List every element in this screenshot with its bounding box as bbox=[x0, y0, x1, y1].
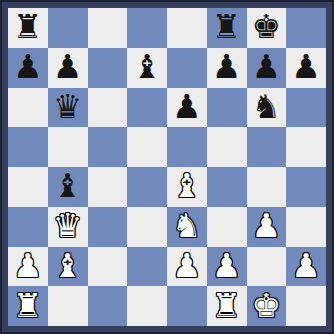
square-g4[interactable] bbox=[247, 167, 287, 207]
square-f4[interactable] bbox=[207, 167, 247, 207]
square-b5[interactable] bbox=[48, 127, 88, 167]
square-f7[interactable]: ♟ bbox=[207, 48, 247, 88]
square-e7[interactable] bbox=[167, 48, 207, 88]
piece-black-pawn[interactable]: ♟ bbox=[13, 50, 43, 83]
square-f3[interactable] bbox=[207, 207, 247, 247]
piece-white-pawn[interactable]: ♟ bbox=[291, 249, 321, 282]
square-b3[interactable]: ♛ bbox=[48, 207, 88, 247]
square-b2[interactable]: ♝ bbox=[48, 247, 88, 287]
square-e2[interactable]: ♟ bbox=[167, 247, 207, 287]
square-h7[interactable]: ♟ bbox=[286, 48, 326, 88]
square-e3[interactable]: ♞ bbox=[167, 207, 207, 247]
piece-black-bishop[interactable]: ♝ bbox=[132, 50, 162, 83]
square-d8[interactable] bbox=[127, 8, 167, 48]
square-b6[interactable]: ♛ bbox=[48, 88, 88, 128]
square-d2[interactable] bbox=[127, 247, 167, 287]
square-c3[interactable] bbox=[88, 207, 128, 247]
square-h5[interactable] bbox=[286, 127, 326, 167]
square-a2[interactable]: ♟ bbox=[8, 247, 48, 287]
piece-black-knight[interactable]: ♞ bbox=[252, 90, 282, 123]
square-g5[interactable] bbox=[247, 127, 287, 167]
square-g6[interactable]: ♞ bbox=[247, 88, 287, 128]
piece-black-pawn[interactable]: ♟ bbox=[172, 90, 202, 123]
square-a7[interactable]: ♟ bbox=[8, 48, 48, 88]
square-f6[interactable] bbox=[207, 88, 247, 128]
square-a6[interactable] bbox=[8, 88, 48, 128]
square-c1[interactable] bbox=[88, 286, 128, 326]
square-b8[interactable] bbox=[48, 8, 88, 48]
piece-black-rook[interactable]: ♜ bbox=[212, 10, 242, 43]
square-g2[interactable] bbox=[247, 247, 287, 287]
square-h2[interactable]: ♟ bbox=[286, 247, 326, 287]
piece-white-bishop[interactable]: ♝ bbox=[53, 249, 83, 282]
square-d3[interactable] bbox=[127, 207, 167, 247]
square-e8[interactable] bbox=[167, 8, 207, 48]
square-b1[interactable] bbox=[48, 286, 88, 326]
piece-white-pawn[interactable]: ♟ bbox=[172, 249, 202, 282]
piece-black-king[interactable]: ♚ bbox=[252, 10, 282, 43]
square-d4[interactable] bbox=[127, 167, 167, 207]
square-d5[interactable] bbox=[127, 127, 167, 167]
square-c8[interactable] bbox=[88, 8, 128, 48]
piece-white-knight[interactable]: ♞ bbox=[172, 209, 202, 242]
piece-white-pawn[interactable]: ♟ bbox=[252, 209, 282, 242]
square-a8[interactable]: ♜ bbox=[8, 8, 48, 48]
square-g8[interactable]: ♚ bbox=[247, 8, 287, 48]
piece-black-rook[interactable]: ♜ bbox=[13, 10, 43, 43]
square-g7[interactable]: ♟ bbox=[247, 48, 287, 88]
square-a5[interactable] bbox=[8, 127, 48, 167]
piece-black-pawn[interactable]: ♟ bbox=[252, 50, 282, 83]
piece-white-queen[interactable]: ♛ bbox=[53, 209, 83, 242]
square-c2[interactable] bbox=[88, 247, 128, 287]
square-f2[interactable]: ♟ bbox=[207, 247, 247, 287]
square-h3[interactable] bbox=[286, 207, 326, 247]
piece-white-bishop[interactable]: ♝ bbox=[172, 169, 202, 202]
square-d7[interactable]: ♝ bbox=[127, 48, 167, 88]
square-g3[interactable]: ♟ bbox=[247, 207, 287, 247]
square-e5[interactable] bbox=[167, 127, 207, 167]
square-h1[interactable] bbox=[286, 286, 326, 326]
square-b4[interactable]: ♝ bbox=[48, 167, 88, 207]
piece-black-pawn[interactable]: ♟ bbox=[53, 50, 83, 83]
square-e4[interactable]: ♝ bbox=[167, 167, 207, 207]
square-g1[interactable]: ♚ bbox=[247, 286, 287, 326]
square-c6[interactable] bbox=[88, 88, 128, 128]
square-a4[interactable] bbox=[8, 167, 48, 207]
piece-black-bishop[interactable]: ♝ bbox=[53, 169, 83, 202]
square-a1[interactable]: ♜ bbox=[8, 286, 48, 326]
piece-black-queen[interactable]: ♛ bbox=[53, 90, 83, 123]
square-h6[interactable] bbox=[286, 88, 326, 128]
square-b7[interactable]: ♟ bbox=[48, 48, 88, 88]
square-c7[interactable] bbox=[88, 48, 128, 88]
square-f5[interactable] bbox=[207, 127, 247, 167]
chess-board: ♜♜♚♟♟♝♟♟♟♛♟♞♝♝♛♞♟♟♝♟♟♟♜♜♚ bbox=[8, 8, 326, 326]
piece-white-rook[interactable]: ♜ bbox=[212, 289, 242, 322]
square-e1[interactable] bbox=[167, 286, 207, 326]
piece-black-pawn[interactable]: ♟ bbox=[212, 50, 242, 83]
square-d1[interactable] bbox=[127, 286, 167, 326]
piece-black-pawn[interactable]: ♟ bbox=[291, 50, 321, 83]
square-a3[interactable] bbox=[8, 207, 48, 247]
square-e6[interactable]: ♟ bbox=[167, 88, 207, 128]
board-frame: ♜♜♚♟♟♝♟♟♟♛♟♞♝♝♛♞♟♟♝♟♟♟♜♜♚ bbox=[0, 0, 334, 334]
square-h8[interactable] bbox=[286, 8, 326, 48]
piece-white-rook[interactable]: ♜ bbox=[13, 289, 43, 322]
square-f1[interactable]: ♜ bbox=[207, 286, 247, 326]
square-c4[interactable] bbox=[88, 167, 128, 207]
square-f8[interactable]: ♜ bbox=[207, 8, 247, 48]
piece-white-pawn[interactable]: ♟ bbox=[212, 249, 242, 282]
square-c5[interactable] bbox=[88, 127, 128, 167]
square-d6[interactable] bbox=[127, 88, 167, 128]
piece-white-king[interactable]: ♚ bbox=[252, 289, 282, 322]
square-h4[interactable] bbox=[286, 167, 326, 207]
piece-white-pawn[interactable]: ♟ bbox=[13, 249, 43, 282]
